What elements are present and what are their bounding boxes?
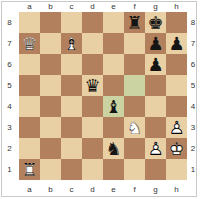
square-h5[interactable] bbox=[166, 75, 187, 96]
square-c8[interactable] bbox=[61, 12, 82, 33]
rank-labels-left: 87654321 bbox=[0, 12, 19, 180]
square-b8[interactable] bbox=[40, 12, 61, 33]
square-g3[interactable] bbox=[145, 117, 166, 138]
square-e4[interactable]: ♝ bbox=[103, 96, 124, 117]
rank-label-left-3: 3 bbox=[0, 117, 19, 138]
square-d5[interactable]: ♛ bbox=[82, 75, 103, 96]
black-pawn[interactable]: ♟ bbox=[145, 54, 166, 75]
file-label-top-f: f bbox=[124, 2, 145, 11]
rank-label-right-7: 7 bbox=[187, 33, 199, 54]
square-b4[interactable] bbox=[40, 96, 61, 117]
square-f7[interactable] bbox=[124, 33, 145, 54]
rank-label-right-5: 5 bbox=[187, 75, 199, 96]
file-label-top-h: h bbox=[166, 2, 187, 11]
white-bishop-outline: ♗ bbox=[61, 33, 82, 54]
black-rook[interactable]: ♜ bbox=[124, 12, 145, 33]
square-d2[interactable] bbox=[82, 138, 103, 159]
white-pawn[interactable]: ♟♙ bbox=[166, 117, 187, 138]
black-king[interactable]: ♚ bbox=[145, 12, 166, 33]
black-pawn[interactable]: ♟ bbox=[166, 33, 187, 54]
rank-label-left-5: 5 bbox=[0, 75, 19, 96]
rank-label-left-4: 4 bbox=[0, 96, 19, 117]
file-label-top-a: a bbox=[19, 2, 40, 11]
square-b6[interactable] bbox=[40, 54, 61, 75]
rank-label-right-3: 3 bbox=[187, 117, 199, 138]
square-a4[interactable] bbox=[19, 96, 40, 117]
square-c3[interactable] bbox=[61, 117, 82, 138]
square-h4[interactable] bbox=[166, 96, 187, 117]
square-d8[interactable] bbox=[82, 12, 103, 33]
square-a1[interactable]: ♜♖ bbox=[19, 159, 40, 180]
square-e1[interactable] bbox=[103, 159, 124, 180]
rank-label-left-2: 2 bbox=[0, 138, 19, 159]
square-a2[interactable] bbox=[19, 138, 40, 159]
square-c6[interactable] bbox=[61, 54, 82, 75]
square-c1[interactable] bbox=[61, 159, 82, 180]
square-a6[interactable] bbox=[19, 54, 40, 75]
white-king-outline: ♔ bbox=[166, 138, 187, 159]
square-h2[interactable]: ♚♔ bbox=[166, 138, 187, 159]
square-e2[interactable]: ♞ bbox=[103, 138, 124, 159]
rank-labels-right: 87654321 bbox=[187, 12, 199, 180]
chess-widget: abcdefgh abcdefgh 87654321 87654321 ♜♚♛♕… bbox=[0, 0, 200, 199]
file-label-top-d: d bbox=[82, 2, 103, 11]
file-label-top-c: c bbox=[61, 2, 82, 11]
file-label-top-e: e bbox=[103, 2, 124, 11]
white-rook[interactable]: ♜♖ bbox=[19, 159, 40, 180]
square-f4[interactable] bbox=[124, 96, 145, 117]
square-h3[interactable]: ♟♙ bbox=[166, 117, 187, 138]
square-f5[interactable] bbox=[124, 75, 145, 96]
square-f8[interactable]: ♜ bbox=[124, 12, 145, 33]
rank-label-left-8: 8 bbox=[0, 12, 19, 33]
square-f6[interactable] bbox=[124, 54, 145, 75]
file-label-bottom-d: d bbox=[82, 185, 103, 194]
rank-label-right-8: 8 bbox=[187, 12, 199, 33]
chess-board[interactable]: ♜♚♛♕♝♗♟♟♟♛♝♞♘♟♙♞♟♙♚♔♜♖ bbox=[19, 12, 187, 180]
square-c7[interactable]: ♝♗ bbox=[61, 33, 82, 54]
square-h6[interactable] bbox=[166, 54, 187, 75]
square-c2[interactable] bbox=[61, 138, 82, 159]
square-d6[interactable] bbox=[82, 54, 103, 75]
square-g4[interactable] bbox=[145, 96, 166, 117]
square-f3[interactable]: ♞♘ bbox=[124, 117, 145, 138]
file-labels-bottom: abcdefgh bbox=[19, 182, 187, 197]
file-label-bottom-g: g bbox=[145, 185, 166, 194]
rank-label-left-6: 6 bbox=[0, 54, 19, 75]
square-c4[interactable] bbox=[61, 96, 82, 117]
square-b1[interactable] bbox=[40, 159, 61, 180]
rank-label-left-1: 1 bbox=[0, 159, 19, 180]
square-a3[interactable] bbox=[19, 117, 40, 138]
square-h1[interactable] bbox=[166, 159, 187, 180]
black-pawn[interactable]: ♟ bbox=[145, 33, 166, 54]
black-knight[interactable]: ♞ bbox=[103, 138, 124, 159]
square-e8[interactable] bbox=[103, 12, 124, 33]
square-f1[interactable] bbox=[124, 159, 145, 180]
square-g1[interactable] bbox=[145, 159, 166, 180]
square-a5[interactable] bbox=[19, 75, 40, 96]
square-h8[interactable] bbox=[166, 12, 187, 33]
white-bishop[interactable]: ♝♗ bbox=[61, 33, 82, 54]
file-labels-top: abcdefgh bbox=[19, 0, 187, 12]
square-e6[interactable] bbox=[103, 54, 124, 75]
rank-label-right-1: 1 bbox=[187, 159, 199, 180]
square-d1[interactable] bbox=[82, 159, 103, 180]
file-label-bottom-a: a bbox=[19, 185, 40, 194]
square-c5[interactable] bbox=[61, 75, 82, 96]
square-g2[interactable]: ♟♙ bbox=[145, 138, 166, 159]
square-e7[interactable] bbox=[103, 33, 124, 54]
white-pawn-outline: ♙ bbox=[166, 117, 187, 138]
white-pawn-outline: ♙ bbox=[145, 138, 166, 159]
square-b7[interactable] bbox=[40, 33, 61, 54]
square-a7[interactable]: ♛♕ bbox=[19, 33, 40, 54]
black-bishop[interactable]: ♝ bbox=[103, 96, 124, 117]
square-h7[interactable]: ♟ bbox=[166, 33, 187, 54]
square-f2[interactable] bbox=[124, 138, 145, 159]
square-a8[interactable] bbox=[19, 12, 40, 33]
white-pawn[interactable]: ♟♙ bbox=[145, 138, 166, 159]
file-label-bottom-h: h bbox=[166, 185, 187, 194]
file-label-top-b: b bbox=[40, 2, 61, 11]
square-g6[interactable]: ♟ bbox=[145, 54, 166, 75]
file-label-top-g: g bbox=[145, 2, 166, 11]
square-e5[interactable] bbox=[103, 75, 124, 96]
white-queen[interactable]: ♛♕ bbox=[19, 33, 40, 54]
white-knight[interactable]: ♞♘ bbox=[124, 117, 145, 138]
square-b3[interactable] bbox=[40, 117, 61, 138]
file-label-bottom-e: e bbox=[103, 185, 124, 194]
square-g5[interactable] bbox=[145, 75, 166, 96]
white-knight-outline: ♘ bbox=[124, 117, 145, 138]
white-rook-outline: ♖ bbox=[19, 159, 40, 180]
square-b2[interactable] bbox=[40, 138, 61, 159]
square-e3[interactable] bbox=[103, 117, 124, 138]
file-label-bottom-c: c bbox=[61, 185, 82, 194]
white-queen-outline: ♕ bbox=[19, 33, 40, 54]
file-label-bottom-b: b bbox=[40, 185, 61, 194]
rank-label-left-7: 7 bbox=[0, 33, 19, 54]
file-label-bottom-f: f bbox=[124, 185, 145, 194]
white-king[interactable]: ♚♔ bbox=[166, 138, 187, 159]
black-queen[interactable]: ♛ bbox=[82, 75, 103, 96]
rank-label-right-6: 6 bbox=[187, 54, 199, 75]
square-b5[interactable] bbox=[40, 75, 61, 96]
square-g7[interactable]: ♟ bbox=[145, 33, 166, 54]
square-g8[interactable]: ♚ bbox=[145, 12, 166, 33]
square-d7[interactable] bbox=[82, 33, 103, 54]
rank-label-right-2: 2 bbox=[187, 138, 199, 159]
rank-label-right-4: 4 bbox=[187, 96, 199, 117]
square-d4[interactable] bbox=[82, 96, 103, 117]
square-d3[interactable] bbox=[82, 117, 103, 138]
